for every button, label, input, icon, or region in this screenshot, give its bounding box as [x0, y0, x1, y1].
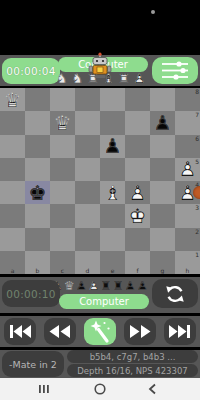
captured-piece: ♜ — [116, 71, 132, 86]
screen: 00:00:04 Computer ♞♞♜♝♜♟ — [0, 0, 200, 400]
skip-to-start-button[interactable] — [4, 318, 36, 345]
top-clock: 00:00:04 — [2, 58, 60, 84]
playback-controls — [0, 316, 200, 347]
square-e1[interactable]: e — [100, 251, 125, 274]
engine-info-bar: -Mate in 2 b5b4, c7g7, b4b3 ... Depth 16… — [0, 350, 200, 378]
square-a1[interactable]: a — [0, 251, 25, 274]
square-e8[interactable] — [100, 88, 125, 111]
engine-score: -Mate in 2 — [2, 351, 64, 377]
status-bar — [0, 0, 200, 55]
square-f1[interactable]: f — [125, 251, 150, 274]
square-d3[interactable] — [75, 204, 100, 227]
chess-piece-a8: ♛ — [4, 89, 22, 111]
square-d1[interactable]: d — [75, 251, 100, 274]
square-b1[interactable]: b — [25, 251, 50, 274]
square-h2[interactable]: 2 — [175, 228, 200, 251]
chess-piece-e4: ♝ — [104, 182, 122, 204]
bottom-player-button[interactable]: Computer — [59, 294, 149, 309]
square-d4[interactable] — [75, 181, 100, 204]
square-a8[interactable]: ♛ — [0, 88, 25, 111]
square-f3[interactable]: ♚ — [125, 204, 150, 227]
chess-piece-g7: ♟ — [154, 112, 172, 134]
home-button[interactable] — [95, 384, 105, 394]
captured-piece: ♟ — [75, 279, 87, 293]
magic-wand-icon — [84, 318, 116, 345]
square-e3[interactable] — [100, 204, 125, 227]
square-h8[interactable]: 8 — [175, 88, 200, 111]
hint-button[interactable] — [84, 318, 116, 345]
file-label: g — [161, 267, 165, 274]
back-button[interactable] — [150, 385, 155, 394]
square-b6[interactable] — [25, 135, 50, 158]
chess-board[interactable]: ♛8♛♟7♟65♟♚♝♟4♟♚32abcdefg1h — [0, 88, 200, 274]
square-f2[interactable] — [125, 228, 150, 251]
chess-piece-h5: ♟ — [179, 158, 197, 180]
square-g1[interactable]: g — [150, 251, 175, 274]
square-b3[interactable] — [25, 204, 50, 227]
bottom-player-bar: ♟♛♟♟♜♜♟♟ 00:00:10 Computer — [0, 277, 200, 313]
square-h6[interactable]: 6 — [175, 135, 200, 158]
square-d8[interactable] — [75, 88, 100, 111]
settings-button[interactable] — [152, 57, 198, 84]
square-a5[interactable] — [0, 158, 25, 181]
square-b8[interactable] — [25, 88, 50, 111]
captured-pieces-bottom: ♟♛♟♟♜♜♟♟ — [51, 279, 149, 293]
sliders-icon — [152, 57, 198, 84]
flip-board-button[interactable] — [152, 279, 198, 308]
rewind-icon — [44, 318, 76, 345]
square-b7[interactable] — [25, 111, 50, 134]
square-a6[interactable] — [0, 135, 25, 158]
captured-piece: ♞ — [54, 71, 70, 86]
top-player-bar: 00:00:04 Computer ♞♞♜♝♜♟ — [0, 55, 200, 86]
square-e7[interactable] — [100, 111, 125, 134]
square-e2[interactable] — [100, 228, 125, 251]
recents-button[interactable] — [39, 385, 49, 393]
rewind-button[interactable] — [44, 318, 76, 345]
square-c6[interactable] — [50, 135, 75, 158]
captured-piece: ♟ — [136, 279, 148, 293]
robot-icon — [88, 52, 112, 79]
square-f5[interactable] — [125, 158, 150, 181]
square-a3[interactable] — [0, 204, 25, 227]
file-label: f — [136, 267, 138, 274]
camera-hole-icon — [151, 10, 155, 14]
rank-label: 8 — [195, 89, 199, 95]
file-label: b — [36, 267, 40, 274]
file-label: d — [86, 267, 90, 274]
rank-label: 2 — [195, 229, 199, 235]
square-h7[interactable]: 7 — [175, 111, 200, 134]
captured-piece: ♟ — [88, 279, 100, 293]
square-g4[interactable] — [150, 181, 175, 204]
rank-label: 3 — [195, 205, 199, 211]
chess-piece-f3: ♚ — [129, 205, 147, 227]
square-c1[interactable]: c — [50, 251, 75, 274]
fast-forward-icon — [124, 318, 156, 345]
file-label: c — [61, 267, 64, 274]
captured-piece: ♟ — [132, 71, 148, 86]
square-g2[interactable] — [150, 228, 175, 251]
square-c2[interactable] — [50, 228, 75, 251]
chess-piece-b4: ♚ — [29, 182, 47, 204]
square-g8[interactable] — [150, 88, 175, 111]
square-b4[interactable]: ♚ — [25, 181, 50, 204]
square-g5[interactable] — [150, 158, 175, 181]
square-b2[interactable] — [25, 228, 50, 251]
chess-piece-c7: ♛ — [54, 112, 72, 134]
square-h5[interactable]: 5♟ — [175, 158, 200, 181]
square-a2[interactable] — [0, 228, 25, 251]
square-f4[interactable]: ♟ — [125, 181, 150, 204]
engine-stats: Depth 16/16, NPS 423307 — [67, 364, 198, 377]
square-f7[interactable] — [125, 111, 150, 134]
square-g6[interactable] — [150, 135, 175, 158]
square-f8[interactable] — [125, 88, 150, 111]
square-c3[interactable] — [50, 204, 75, 227]
square-c4[interactable] — [50, 181, 75, 204]
skip-to-start-icon — [4, 318, 36, 345]
square-d6[interactable] — [75, 135, 100, 158]
captured-piece: ♟ — [124, 279, 136, 293]
bottom-clock: 00:00:10 — [2, 280, 60, 307]
square-d7[interactable] — [75, 111, 100, 134]
file-label: h — [186, 267, 190, 274]
chess-piece-f4: ♟ — [129, 182, 147, 204]
android-nav-bar — [0, 378, 200, 400]
chess-piece-e6: ♟ — [104, 135, 122, 157]
square-a7[interactable] — [0, 111, 25, 134]
square-b5[interactable] — [25, 158, 50, 181]
square-h1[interactable]: 1h — [175, 251, 200, 274]
captured-piece: ♞ — [70, 71, 86, 86]
skip-to-end-button[interactable] — [164, 318, 196, 345]
engine-line: b5b4, c7g7, b4b3 ... — [67, 350, 198, 363]
captured-piece: ♜ — [100, 279, 112, 293]
rotate-arrows-icon — [164, 283, 186, 305]
rank-label: 6 — [195, 136, 199, 142]
captured-piece: ♜ — [112, 279, 124, 293]
square-g3[interactable] — [150, 204, 175, 227]
square-e6[interactable]: ♟ — [100, 135, 125, 158]
bottom-player-name: Computer — [79, 296, 129, 307]
square-d2[interactable] — [75, 228, 100, 251]
rank-label: 7 — [195, 112, 199, 118]
square-c7[interactable]: ♛ — [50, 111, 75, 134]
square-h3[interactable]: 3 — [175, 204, 200, 227]
square-g7[interactable]: ♟ — [150, 111, 175, 134]
captured-piece: ♛ — [63, 279, 75, 293]
file-label: e — [111, 267, 115, 274]
square-e5[interactable] — [100, 158, 125, 181]
square-d5[interactable] — [75, 158, 100, 181]
square-c5[interactable] — [50, 158, 75, 181]
square-c8[interactable] — [50, 88, 75, 111]
fast-forward-button[interactable] — [124, 318, 156, 345]
skip-to-end-icon — [164, 318, 196, 345]
file-label: a — [11, 267, 15, 274]
rank-label: 1 — [195, 252, 199, 258]
square-a4[interactable] — [0, 181, 25, 204]
square-f6[interactable] — [125, 135, 150, 158]
square-e4[interactable]: ♝ — [100, 181, 125, 204]
